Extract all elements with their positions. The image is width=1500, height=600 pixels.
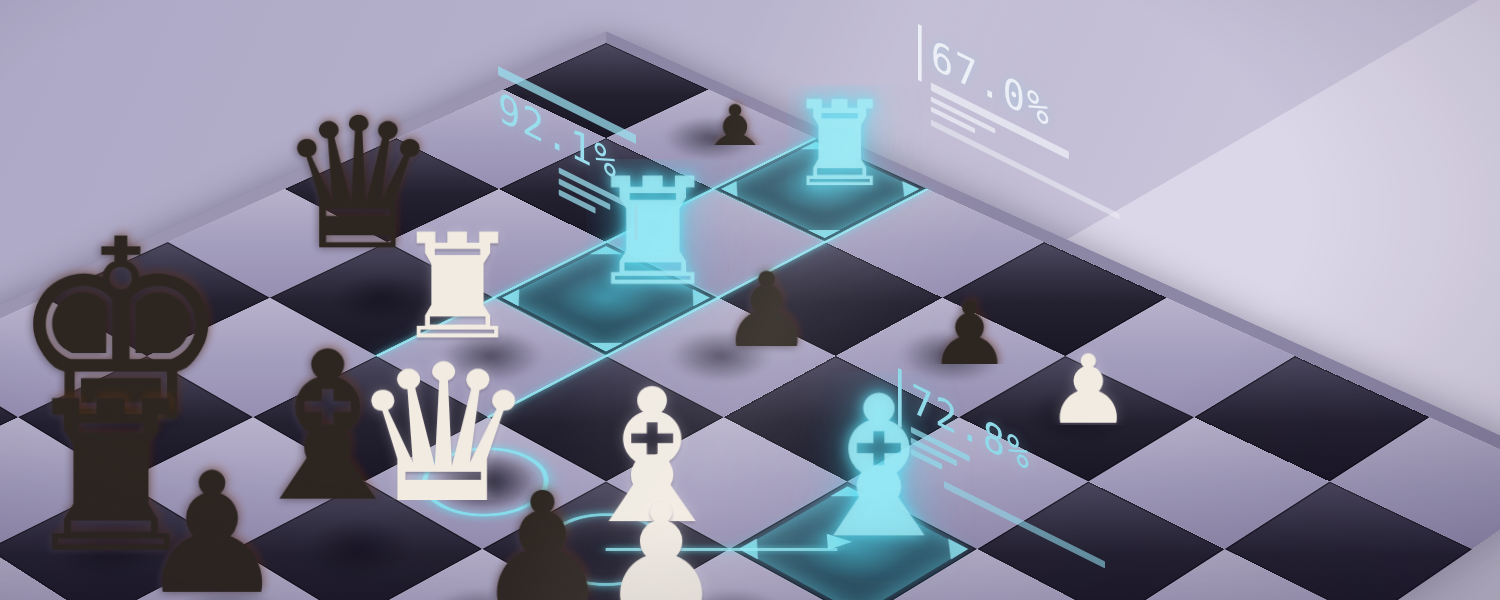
chess-analysis-scene: ♟♜♟♟♜♟♛♜♝♛♞♝♟♚♝♟♜♟ 92.1% 67.0% [0, 0, 1500, 600]
holo-rook-glyph: ♜ [586, 159, 719, 307]
black-pawn-glyph: ♟ [474, 472, 610, 600]
white-pawn-glyph: ♟ [600, 486, 723, 600]
holo-rook-glyph: ♜ [787, 85, 893, 203]
chess-board: ♟♜♟♟♜♟♛♜♝♛♞♝♟♚♝♟♜♟ [0, 31, 1500, 600]
black-pawn-glyph: ♟ [720, 259, 812, 362]
holo-bishop-glyph: ♝ [792, 371, 967, 566]
board-wrapper: ♟♜♟♟♜♟♛♜♝♛♞♝♟♚♝♟♜♟ [0, 0, 1500, 600]
black-pawn-glyph: ♟ [137, 450, 287, 600]
